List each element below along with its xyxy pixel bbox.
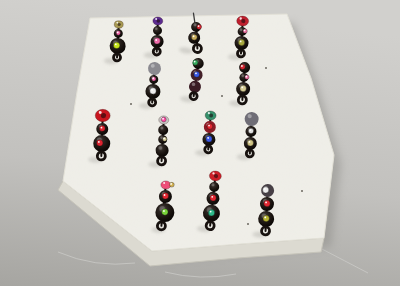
crystal-gem: [162, 209, 169, 216]
crystal-gem: [210, 194, 217, 201]
foam-speck: [301, 190, 303, 192]
crystal-gem: [154, 38, 160, 44]
crystal-gem: [240, 85, 247, 92]
crystal-gem: [152, 77, 157, 82]
crystal-gem: [262, 187, 269, 194]
crystal-gem: [150, 88, 157, 95]
foam-speck: [247, 223, 249, 225]
crystal-gem: [240, 64, 246, 70]
crystal-gem: [238, 39, 245, 46]
crystal-gem: [208, 209, 215, 216]
crystal-gem: [243, 29, 248, 34]
foam-speck: [265, 67, 267, 69]
crystal-gem: [206, 136, 213, 143]
foam-speck: [130, 103, 132, 105]
crystal-gem: [264, 200, 271, 207]
crystal-gem: [116, 31, 121, 36]
crystal-gem: [99, 126, 105, 132]
crystal-gem: [162, 137, 167, 142]
crystal-gem: [113, 42, 120, 49]
crystal-gem: [263, 215, 270, 222]
crystal-gem: [245, 75, 250, 80]
photo-scene: [0, 0, 400, 286]
photo-viewport: [0, 0, 400, 286]
crystal-gem: [162, 193, 168, 199]
crystal-gem: [169, 182, 174, 187]
crystal-gem: [96, 140, 103, 147]
foam-speck: [221, 95, 223, 97]
crystal-gem: [248, 128, 254, 134]
crystal-gem: [247, 140, 254, 147]
crystal-gem: [161, 117, 166, 122]
crystal-gem: [207, 123, 213, 129]
